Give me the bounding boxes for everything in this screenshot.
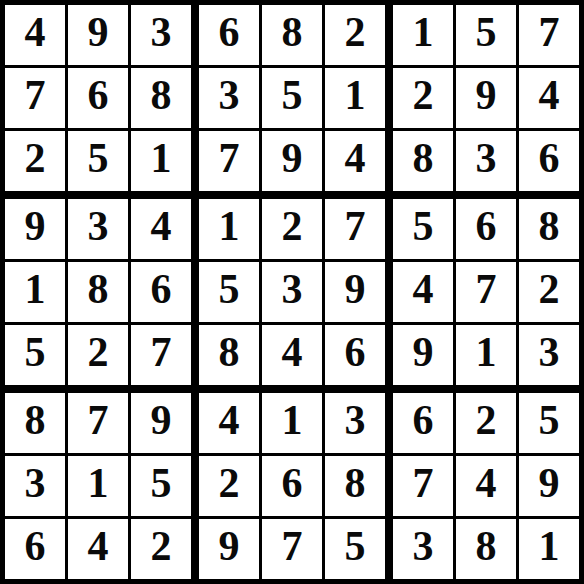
cell-digit: 3: [413, 525, 434, 567]
cell-digit: 8: [282, 11, 303, 53]
cell-digit: 4: [25, 11, 46, 53]
cell-r3c9[interactable]: 6: [519, 131, 579, 191]
cell-digit: 1: [151, 137, 172, 179]
cell-r1c3[interactable]: 3: [131, 5, 191, 65]
cell-r2c3[interactable]: 8: [131, 68, 191, 128]
cell-digit: 6: [345, 331, 366, 373]
cell-r3c4[interactable]: 7: [199, 131, 259, 191]
cell-digit: 9: [282, 137, 303, 179]
cell-r3c8[interactable]: 3: [456, 131, 516, 191]
cell-r6c7[interactable]: 9: [393, 325, 453, 385]
cell-r9c3[interactable]: 2: [131, 519, 191, 579]
cell-digit: 9: [345, 268, 366, 310]
cell-r3c3[interactable]: 1: [131, 131, 191, 191]
cell-digit: 4: [88, 525, 109, 567]
cell-digit: 6: [476, 205, 497, 247]
cell-r6c4[interactable]: 8: [199, 325, 259, 385]
cell-digit: 5: [476, 11, 497, 53]
cell-digit: 3: [539, 331, 560, 373]
cell-digit: 7: [476, 268, 497, 310]
cell-r6c2[interactable]: 2: [68, 325, 128, 385]
sudoku-box-2: 682351794: [199, 5, 385, 191]
cell-r5c1[interactable]: 1: [5, 262, 65, 322]
cell-digit: 4: [151, 205, 172, 247]
cell-digit: 9: [413, 331, 434, 373]
cell-r8c7[interactable]: 7: [393, 456, 453, 516]
cell-r8c9[interactable]: 9: [519, 456, 579, 516]
cell-r9c4[interactable]: 9: [199, 519, 259, 579]
cell-r7c4[interactable]: 4: [199, 393, 259, 453]
cell-r5c2[interactable]: 8: [68, 262, 128, 322]
cell-r6c6[interactable]: 6: [325, 325, 385, 385]
cell-digit: 1: [413, 11, 434, 53]
sudoku-box-3: 157294836: [393, 5, 579, 191]
cell-digit: 5: [539, 399, 560, 441]
cell-digit: 8: [25, 399, 46, 441]
cell-digit: 2: [219, 462, 240, 504]
cell-r5c7[interactable]: 4: [393, 262, 453, 322]
cell-r6c3[interactable]: 7: [131, 325, 191, 385]
cell-r2c9[interactable]: 4: [519, 68, 579, 128]
sudoku-box-7: 879315642: [5, 393, 191, 579]
cell-digit: 8: [476, 525, 497, 567]
cell-r6c9[interactable]: 3: [519, 325, 579, 385]
cell-r2c1[interactable]: 7: [5, 68, 65, 128]
cell-digit: 1: [219, 205, 240, 247]
cell-r7c5[interactable]: 1: [262, 393, 322, 453]
cell-r4c4[interactable]: 1: [199, 199, 259, 259]
cell-r4c1[interactable]: 9: [5, 199, 65, 259]
sudoku-box-5: 127539846: [199, 199, 385, 385]
cell-r4c8[interactable]: 6: [456, 199, 516, 259]
cell-r8c1[interactable]: 3: [5, 456, 65, 516]
cell-r6c8[interactable]: 1: [456, 325, 516, 385]
cell-digit: 1: [282, 399, 303, 441]
cell-digit: 3: [88, 205, 109, 247]
cell-digit: 7: [151, 331, 172, 373]
cell-r1c1[interactable]: 4: [5, 5, 65, 65]
cell-digit: 9: [219, 525, 240, 567]
cell-r6c1[interactable]: 5: [5, 325, 65, 385]
cell-r5c4[interactable]: 5: [199, 262, 259, 322]
cell-r4c6[interactable]: 7: [325, 199, 385, 259]
cell-r4c3[interactable]: 4: [131, 199, 191, 259]
cell-digit: 6: [413, 399, 434, 441]
cell-digit: 4: [282, 331, 303, 373]
cell-digit: 8: [151, 74, 172, 116]
cell-digit: 6: [151, 268, 172, 310]
cell-digit: 9: [151, 399, 172, 441]
cell-digit: 4: [345, 137, 366, 179]
cell-r7c8[interactable]: 2: [456, 393, 516, 453]
cell-digit: 7: [282, 525, 303, 567]
cell-r2c8[interactable]: 9: [456, 68, 516, 128]
cell-r1c6[interactable]: 2: [325, 5, 385, 65]
cell-r9c8[interactable]: 8: [456, 519, 516, 579]
cell-digit: 4: [476, 462, 497, 504]
cell-digit: 7: [219, 137, 240, 179]
cell-r8c5[interactable]: 6: [262, 456, 322, 516]
cell-digit: 7: [413, 462, 434, 504]
cell-r8c2[interactable]: 1: [68, 456, 128, 516]
cell-r8c6[interactable]: 8: [325, 456, 385, 516]
cell-r2c7[interactable]: 2: [393, 68, 453, 128]
cell-digit: 5: [88, 137, 109, 179]
cell-digit: 8: [219, 331, 240, 373]
cell-digit: 6: [219, 11, 240, 53]
cell-r3c1[interactable]: 2: [5, 131, 65, 191]
cell-r1c7[interactable]: 1: [393, 5, 453, 65]
cell-r3c6[interactable]: 4: [325, 131, 385, 191]
cell-digit: 5: [219, 268, 240, 310]
cell-digit: 5: [413, 205, 434, 247]
cell-digit: 1: [88, 462, 109, 504]
cell-r5c5[interactable]: 3: [262, 262, 322, 322]
cell-digit: 9: [539, 462, 560, 504]
cell-digit: 7: [345, 205, 366, 247]
cell-r3c5[interactable]: 9: [262, 131, 322, 191]
cell-r1c9[interactable]: 7: [519, 5, 579, 65]
cell-r5c6[interactable]: 9: [325, 262, 385, 322]
cell-r6c5[interactable]: 4: [262, 325, 322, 385]
cell-digit: 3: [25, 462, 46, 504]
cell-r4c9[interactable]: 8: [519, 199, 579, 259]
cell-digit: 1: [539, 525, 560, 567]
cell-r5c3[interactable]: 6: [131, 262, 191, 322]
cell-r7c3[interactable]: 9: [131, 393, 191, 453]
cell-digit: 8: [88, 268, 109, 310]
cell-digit: 5: [151, 462, 172, 504]
cell-digit: 9: [25, 205, 46, 247]
cell-digit: 7: [539, 11, 560, 53]
sudoku-box-8: 413268975: [199, 393, 385, 579]
cell-r7c7[interactable]: 6: [393, 393, 453, 453]
cell-digit: 9: [88, 11, 109, 53]
cell-r9c2[interactable]: 4: [68, 519, 128, 579]
cell-r1c2[interactable]: 9: [68, 5, 128, 65]
cell-r7c1[interactable]: 8: [5, 393, 65, 453]
cell-digit: 8: [413, 137, 434, 179]
cell-digit: 1: [345, 74, 366, 116]
cell-digit: 9: [476, 74, 497, 116]
cell-digit: 6: [539, 137, 560, 179]
cell-r9c9[interactable]: 1: [519, 519, 579, 579]
cell-r9c1[interactable]: 6: [5, 519, 65, 579]
cell-r2c2[interactable]: 6: [68, 68, 128, 128]
cell-digit: 4: [539, 74, 560, 116]
cell-r3c7[interactable]: 8: [393, 131, 453, 191]
cell-r1c5[interactable]: 8: [262, 5, 322, 65]
cell-r3c2[interactable]: 5: [68, 131, 128, 191]
cell-r9c6[interactable]: 5: [325, 519, 385, 579]
cell-digit: 2: [88, 331, 109, 373]
cell-digit: 2: [282, 205, 303, 247]
cell-r1c4[interactable]: 6: [199, 5, 259, 65]
cell-digit: 6: [25, 525, 46, 567]
cell-r7c2[interactable]: 7: [68, 393, 128, 453]
cell-digit: 3: [151, 11, 172, 53]
cell-digit: 6: [282, 462, 303, 504]
cell-digit: 5: [345, 525, 366, 567]
cell-r9c7[interactable]: 3: [393, 519, 453, 579]
cell-digit: 2: [539, 268, 560, 310]
cell-r9c5[interactable]: 7: [262, 519, 322, 579]
cell-digit: 2: [476, 399, 497, 441]
sudoku-box-1: 493768251: [5, 5, 191, 191]
cell-digit: 2: [413, 74, 434, 116]
cell-digit: 3: [345, 399, 366, 441]
cell-digit: 8: [539, 205, 560, 247]
sudoku-box-4: 934186527: [5, 199, 191, 385]
cell-digit: 7: [25, 74, 46, 116]
cell-digit: 4: [413, 268, 434, 310]
cell-r2c5[interactable]: 5: [262, 68, 322, 128]
cell-r4c5[interactable]: 2: [262, 199, 322, 259]
cell-digit: 6: [88, 74, 109, 116]
cell-r8c4[interactable]: 2: [199, 456, 259, 516]
sudoku-box-6: 568472913: [393, 199, 579, 385]
cell-digit: 2: [345, 11, 366, 53]
cell-r5c8[interactable]: 7: [456, 262, 516, 322]
cell-r1c8[interactable]: 5: [456, 5, 516, 65]
cell-r4c2[interactable]: 3: [68, 199, 128, 259]
cell-digit: 2: [151, 525, 172, 567]
cell-digit: 2: [25, 137, 46, 179]
cell-digit: 5: [25, 331, 46, 373]
cell-digit: 3: [476, 137, 497, 179]
cell-digit: 4: [219, 399, 240, 441]
sudoku-box-9: 625749381: [393, 393, 579, 579]
cell-r2c6[interactable]: 1: [325, 68, 385, 128]
cell-digit: 8: [345, 462, 366, 504]
cell-digit: 3: [219, 74, 240, 116]
cell-digit: 7: [88, 399, 109, 441]
cell-r8c3[interactable]: 5: [131, 456, 191, 516]
cell-r7c9[interactable]: 5: [519, 393, 579, 453]
cell-digit: 5: [282, 74, 303, 116]
cell-r4c7[interactable]: 5: [393, 199, 453, 259]
cell-digit: 1: [476, 331, 497, 373]
cell-digit: 3: [282, 268, 303, 310]
cell-r7c6[interactable]: 3: [325, 393, 385, 453]
cell-digit: 1: [25, 268, 46, 310]
sudoku-board: 4937682516823517941572948369341865271275…: [0, 0, 584, 584]
cell-r2c4[interactable]: 3: [199, 68, 259, 128]
cell-r8c8[interactable]: 4: [456, 456, 516, 516]
cell-r5c9[interactable]: 2: [519, 262, 579, 322]
